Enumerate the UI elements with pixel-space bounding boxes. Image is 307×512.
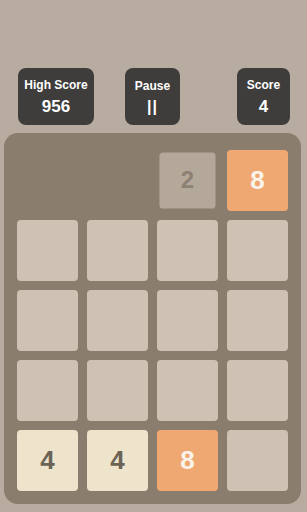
cell-r4c1 <box>17 360 78 421</box>
board-grid: 28448 <box>17 150 288 491</box>
tile-4-r5c1: 4 <box>17 430 78 491</box>
cell-r3c1 <box>17 290 78 351</box>
tile-8-r1c4: 8 <box>227 150 288 211</box>
pause-label: Pause <box>135 80 170 92</box>
score-value: 4 <box>259 98 268 115</box>
cell-r4c4 <box>227 360 288 421</box>
cell-r2c2 <box>87 220 148 281</box>
cell-r3c2 <box>87 290 148 351</box>
tile-2-r1c3: 2 <box>159 152 215 208</box>
game-screen: High Score 956 Pause || Score 4 28448 <box>0 0 307 512</box>
cell-r2c4 <box>227 220 288 281</box>
cell-r1c1 <box>17 150 78 211</box>
cell-r2c3 <box>157 220 218 281</box>
game-board[interactable]: 28448 <box>4 133 301 504</box>
cell-r3c3 <box>157 290 218 351</box>
cell-r4c3 <box>157 360 218 421</box>
cell-r2c1 <box>17 220 78 281</box>
score-label: Score <box>247 79 280 91</box>
cell-r3c4 <box>227 290 288 351</box>
cell-r1c2 <box>87 150 148 211</box>
tile-8-r5c3: 8 <box>157 430 218 491</box>
pause-icon: || <box>147 99 158 114</box>
cell-r4c2 <box>87 360 148 421</box>
high-score-value: 956 <box>42 98 70 115</box>
high-score-label: High Score <box>24 79 87 91</box>
high-score-display: High Score 956 <box>18 68 94 125</box>
cell-r5c4 <box>227 430 288 491</box>
tile-4-r5c2: 4 <box>87 430 148 491</box>
pause-button[interactable]: Pause || <box>125 68 180 125</box>
score-display: Score 4 <box>237 68 290 125</box>
